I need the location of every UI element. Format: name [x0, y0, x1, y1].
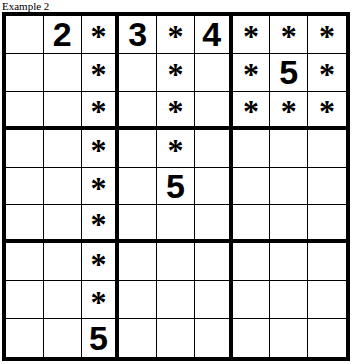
cell-r6c1: [6, 205, 44, 243]
given-digit: 2: [53, 17, 72, 51]
star-mark: *: [90, 20, 106, 52]
cell-r2c6: [195, 54, 233, 92]
cell-r9c9: [308, 319, 346, 357]
cell-r7c1: [6, 243, 44, 281]
cell-r9c2: [44, 319, 82, 357]
cell-r3c8: *: [270, 92, 308, 130]
cell-r1c5: *: [157, 16, 195, 54]
cell-r3c6: [195, 92, 233, 130]
given-digit: 5: [89, 321, 108, 355]
star-mark: *: [90, 95, 106, 127]
cell-r4c3: *: [82, 130, 120, 168]
cell-r1c7: *: [233, 16, 271, 54]
cell-r7c6: [195, 243, 233, 281]
cell-r1c3: *: [82, 16, 120, 54]
cell-r5c4: [119, 168, 157, 206]
cell-r2c9: *: [308, 54, 346, 92]
cell-r5c8: [270, 168, 308, 206]
star-mark: *: [281, 95, 297, 127]
star-mark: *: [243, 58, 259, 90]
star-mark: *: [90, 134, 106, 166]
given-digit: 3: [128, 17, 147, 51]
cell-r3c9: *: [308, 92, 346, 130]
cell-r7c4: [119, 243, 157, 281]
cell-r6c3: *: [82, 205, 120, 243]
cell-r4c2: [44, 130, 82, 168]
cell-r9c4: [119, 319, 157, 357]
cell-r1c4: 3: [119, 16, 157, 54]
cell-r7c9: [308, 243, 346, 281]
cell-r3c7: *: [233, 92, 271, 130]
cell-r4c8: [270, 130, 308, 168]
cell-r6c4: [119, 205, 157, 243]
cell-r8c1: [6, 281, 44, 319]
cell-r1c8: *: [270, 16, 308, 54]
cell-r9c8: [270, 319, 308, 357]
cell-r6c7: [233, 205, 271, 243]
star-mark: *: [90, 286, 106, 318]
cell-r3c4: [119, 92, 157, 130]
cell-r3c2: [44, 92, 82, 130]
star-mark: *: [90, 58, 106, 90]
cell-r4c9: [308, 130, 346, 168]
cell-r2c3: *: [82, 54, 120, 92]
given-digit: 4: [202, 17, 221, 51]
star-mark: *: [319, 20, 335, 52]
cell-r1c9: *: [308, 16, 346, 54]
cell-r6c2: [44, 205, 82, 243]
star-mark: *: [243, 95, 259, 127]
sudoku-board: 2*3*4******5*********5***5: [2, 12, 350, 361]
cell-r5c7: [233, 168, 271, 206]
cell-r5c5: 5: [157, 168, 195, 206]
cell-r7c3: *: [82, 243, 120, 281]
star-mark: *: [90, 248, 106, 280]
cell-r8c9: [308, 281, 346, 319]
star-mark: *: [167, 95, 183, 127]
cell-r4c1: [6, 130, 44, 168]
cell-r4c7: [233, 130, 271, 168]
cell-r4c4: [119, 130, 157, 168]
star-mark: *: [90, 172, 106, 204]
cell-r8c7: [233, 281, 271, 319]
cell-r7c5: [157, 243, 195, 281]
cell-r2c4: [119, 54, 157, 92]
cell-r5c6: [195, 168, 233, 206]
star-mark: *: [90, 208, 106, 240]
cell-r2c7: *: [233, 54, 271, 92]
cell-r6c8: [270, 205, 308, 243]
cell-r3c1: [6, 92, 44, 130]
cell-r6c9: [308, 205, 346, 243]
cell-r2c2: [44, 54, 82, 92]
cell-r7c7: [233, 243, 271, 281]
cell-r9c7: [233, 319, 271, 357]
cell-r7c8: [270, 243, 308, 281]
cell-r8c8: [270, 281, 308, 319]
cell-r8c2: [44, 281, 82, 319]
cell-r4c6: [195, 130, 233, 168]
given-digit: 5: [166, 169, 185, 203]
cell-r9c5: [157, 319, 195, 357]
puzzle-page: Example 2 2*3*4******5*********5***5: [0, 0, 352, 364]
cell-r8c4: [119, 281, 157, 319]
cell-r9c1: [6, 319, 44, 357]
cell-r7c2: [44, 243, 82, 281]
figure-title: Example 2: [2, 0, 49, 12]
star-mark: *: [167, 134, 183, 166]
cell-r3c3: *: [82, 92, 120, 130]
cell-r5c2: [44, 168, 82, 206]
star-mark: *: [281, 20, 297, 52]
cell-r2c1: [6, 54, 44, 92]
cell-r5c3: *: [82, 168, 120, 206]
cell-r5c1: [6, 168, 44, 206]
cell-r1c2: 2: [44, 16, 82, 54]
cell-r3c5: *: [157, 92, 195, 130]
cell-r1c6: 4: [195, 16, 233, 54]
star-mark: *: [167, 58, 183, 90]
cell-r8c6: [195, 281, 233, 319]
cell-r9c6: [195, 319, 233, 357]
cell-r8c3: *: [82, 281, 120, 319]
star-mark: *: [167, 20, 183, 52]
cell-r2c5: *: [157, 54, 195, 92]
cell-r4c5: *: [157, 130, 195, 168]
star-mark: *: [319, 95, 335, 127]
star-mark: *: [319, 58, 335, 90]
cell-r1c1: [6, 16, 44, 54]
cell-r9c3: 5: [82, 319, 120, 357]
cell-r6c6: [195, 205, 233, 243]
cell-r6c5: [157, 205, 195, 243]
cell-r2c8: 5: [270, 54, 308, 92]
star-mark: *: [243, 20, 259, 52]
given-digit: 5: [279, 55, 298, 89]
cell-r8c5: [157, 281, 195, 319]
cell-r5c9: [308, 168, 346, 206]
